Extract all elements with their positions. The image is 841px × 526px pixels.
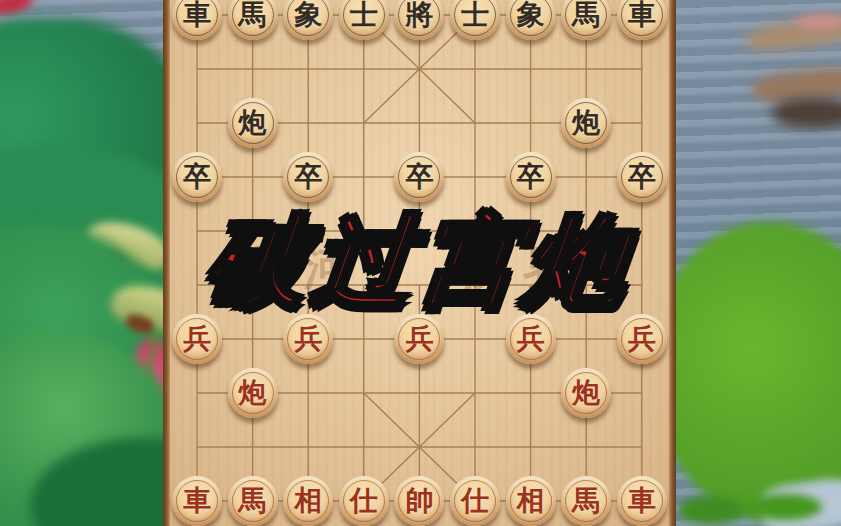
piece-glyph: 卒 — [628, 163, 656, 191]
piece-glyph: 車 — [628, 487, 656, 515]
piece-glyph: 馬 — [239, 487, 267, 515]
piece-glyph: 馬 — [239, 1, 267, 29]
piece-black-炮-f1r2[interactable]: 炮 — [228, 98, 278, 148]
screenshot-stage: 楚河 汉界 車馬象士將士象馬車炮炮卒卒卒卒卒兵兵兵兵兵炮炮車馬相仕帥仕相馬車 破… — [0, 0, 841, 526]
piece-red-車-f8r9[interactable]: 車 — [617, 476, 667, 526]
piece-red-馬-f7r9[interactable]: 馬 — [561, 476, 611, 526]
piece-glyph: 卒 — [183, 163, 211, 191]
piece-glyph: 馬 — [572, 1, 600, 29]
piece-glyph: 卒 — [517, 163, 545, 191]
piece-black-馬-f7r0[interactable]: 馬 — [561, 0, 611, 40]
piece-glyph: 兵 — [183, 325, 211, 353]
piece-red-帥-f4r9[interactable]: 帥 — [394, 476, 444, 526]
piece-glyph: 炮 — [239, 379, 267, 407]
piece-black-炮-f7r2[interactable]: 炮 — [561, 98, 611, 148]
piece-black-馬-f1r0[interactable]: 馬 — [228, 0, 278, 40]
piece-glyph: 炮 — [239, 109, 267, 137]
piece-black-士-f5r0[interactable]: 士 — [450, 0, 500, 40]
piece-glyph: 兵 — [294, 325, 322, 353]
piece-black-車-f8r0[interactable]: 車 — [617, 0, 667, 40]
piece-red-仕-f5r9[interactable]: 仕 — [450, 476, 500, 526]
piece-glyph: 象 — [517, 1, 545, 29]
piece-black-卒-f8r3[interactable]: 卒 — [617, 152, 667, 202]
piece-glyph: 帥 — [405, 487, 433, 515]
piece-glyph: 將 — [405, 1, 433, 29]
piece-black-將-f4r0[interactable]: 將 — [394, 0, 444, 40]
piece-black-卒-f4r3[interactable]: 卒 — [394, 152, 444, 202]
piece-black-卒-f0r3[interactable]: 卒 — [172, 152, 222, 202]
piece-black-象-f2r0[interactable]: 象 — [283, 0, 333, 40]
lotus-leaf-edge — [748, 494, 822, 520]
piece-glyph: 馬 — [572, 487, 600, 515]
piece-glyph: 車 — [183, 1, 211, 29]
piece-glyph: 仕 — [350, 487, 378, 515]
piece-red-相-f2r9[interactable]: 相 — [283, 476, 333, 526]
piece-glyph: 兵 — [628, 325, 656, 353]
piece-glyph: 卒 — [294, 163, 322, 191]
caption-title: 破过宫炮 — [0, 196, 841, 328]
piece-glyph: 車 — [183, 487, 211, 515]
piece-red-車-f0r9[interactable]: 車 — [172, 476, 222, 526]
piece-glyph: 卒 — [405, 163, 433, 191]
piece-glyph: 兵 — [517, 325, 545, 353]
piece-red-相-f6r9[interactable]: 相 — [506, 476, 556, 526]
piece-glyph: 士 — [350, 1, 378, 29]
piece-glyph: 炮 — [572, 109, 600, 137]
piece-black-卒-f6r3[interactable]: 卒 — [506, 152, 556, 202]
piece-glyph: 炮 — [572, 379, 600, 407]
piece-glyph: 仕 — [461, 487, 489, 515]
piece-red-炮-f7r7[interactable]: 炮 — [561, 368, 611, 418]
lotus-leaf-edge — [678, 496, 744, 524]
piece-black-士-f3r0[interactable]: 士 — [339, 0, 389, 40]
piece-glyph: 士 — [461, 1, 489, 29]
piece-black-車-f0r0[interactable]: 車 — [172, 0, 222, 40]
branch-shadow — [772, 98, 841, 128]
piece-red-炮-f1r7[interactable]: 炮 — [228, 368, 278, 418]
piece-glyph: 相 — [517, 487, 545, 515]
piece-black-卒-f2r3[interactable]: 卒 — [283, 152, 333, 202]
piece-glyph: 車 — [628, 1, 656, 29]
piece-glyph: 象 — [294, 1, 322, 29]
piece-red-仕-f3r9[interactable]: 仕 — [339, 476, 389, 526]
piece-glyph: 相 — [294, 487, 322, 515]
piece-glyph: 兵 — [405, 325, 433, 353]
floating-branch-tip — [795, 14, 841, 29]
piece-black-象-f6r0[interactable]: 象 — [506, 0, 556, 40]
piece-red-馬-f1r9[interactable]: 馬 — [228, 476, 278, 526]
